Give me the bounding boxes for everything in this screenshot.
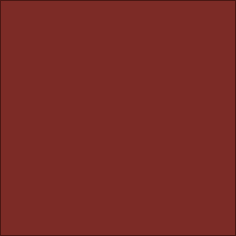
chess-board <box>5 5 231 231</box>
chess-board-frame <box>0 0 236 236</box>
